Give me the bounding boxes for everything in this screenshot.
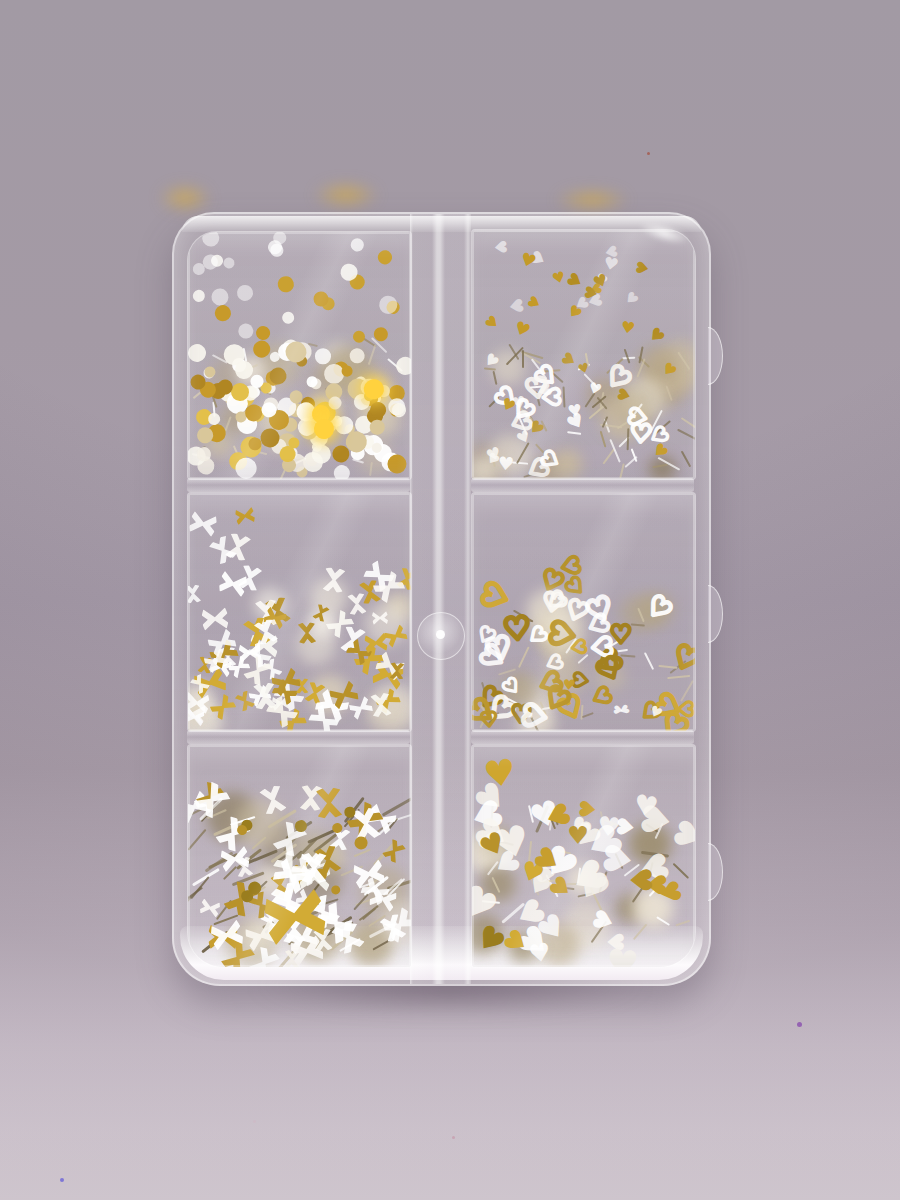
glitter-heart: ♥ <box>483 313 503 333</box>
photo-stage: ♥♥♥♥♥♥♥♥♥♥♥♥♥♥♥♥♥♥♥♥♥♥♥♥♥♥♥♥♥♥♥♥♥♥♥♥♥♥♥♥… <box>0 0 900 1200</box>
glitter-butterfly <box>359 579 382 605</box>
glitter-streak <box>623 349 630 364</box>
glitter-streak <box>353 849 370 858</box>
glitter-hollow-heart: ♥ <box>546 617 581 649</box>
glitter-dot <box>213 303 233 323</box>
row-divider <box>187 730 410 744</box>
glitter-dot <box>235 321 256 342</box>
glitter-dot <box>369 420 384 435</box>
glitter-heart: ♥ <box>596 813 622 842</box>
dust-speck <box>253 1120 256 1123</box>
light-flare <box>300 176 392 214</box>
glitter-heart: ♥ <box>604 944 641 968</box>
glitter-dot <box>350 328 368 346</box>
dust-speck <box>797 1022 802 1027</box>
glitter-dot <box>349 237 366 254</box>
glitter-heart: ♥ <box>621 289 641 309</box>
glitter-heart: ♥ <box>562 677 576 692</box>
hinge-snap-button <box>417 612 465 660</box>
glitter-heart: ♥ <box>620 319 636 337</box>
glitter-heart: ♥ <box>525 293 544 312</box>
glitter-streak <box>518 646 530 668</box>
glitter-hollow-heart: ♥ <box>524 374 551 403</box>
glitter-butterfly <box>187 584 201 603</box>
glitter-streak <box>677 429 696 442</box>
glitter-hollow-heart: ♥ <box>557 553 584 578</box>
compartment-middle-right: ♥♥♥♥♥♥♥♥♥♥♥♥♥♥♥♥♥♥♥♥♥♥♥♥♥♥♥♥♥♥♥♥♥♥♥♥♥♥♥♥… <box>471 492 696 732</box>
glitter-hollow-heart: ♥ <box>477 578 515 614</box>
glitter-heart: ♥ <box>518 250 538 271</box>
glitter-streak <box>681 451 691 468</box>
glitter-heart: ♥ <box>506 297 526 316</box>
glitter-butterfly <box>347 592 367 615</box>
glitter-butterfly <box>198 898 220 918</box>
glitter-butterfly <box>201 607 229 630</box>
glitter-dot <box>241 890 253 902</box>
center-hinge-strip <box>410 214 471 984</box>
glitter-streak <box>633 924 647 940</box>
glitter-heart: ♥ <box>634 260 652 277</box>
glitter-heart: ♥ <box>511 319 532 341</box>
glitter-butterfly <box>300 784 322 811</box>
compartment-top-right: ♥♥♥♥♥♥♥♥♥♥♥♥♥♥♥♥♥♥♥♥♥♥♥♥♥♥♥♥♥♥♥♥♥♥♥♥♥♥♥♥… <box>471 229 696 480</box>
glitter-dot <box>276 274 295 293</box>
glitter-dot <box>191 289 206 304</box>
glitter-streak <box>644 652 654 670</box>
glitter-butterfly <box>316 787 343 819</box>
glitter-dot <box>375 247 394 266</box>
glitter-streak <box>522 350 524 368</box>
row-divider <box>471 478 694 492</box>
dust-speck <box>452 1136 455 1139</box>
glitter-streak <box>188 830 207 852</box>
glitter-butterfly <box>188 511 218 538</box>
compartment-bottom-left <box>187 744 412 968</box>
glitter-streak <box>681 417 696 429</box>
glitter-butterfly <box>224 532 251 562</box>
glitter-dot <box>211 288 229 306</box>
glitter-heart: ♥ <box>566 402 583 420</box>
organizer-box: ♥♥♥♥♥♥♥♥♥♥♥♥♥♥♥♥♥♥♥♥♥♥♥♥♥♥♥♥♥♥♥♥♥♥♥♥♥♥♥♥… <box>172 212 711 986</box>
glitter-streak <box>382 797 412 816</box>
glitter-heart: ♥ <box>577 798 600 819</box>
glitter-hollow-heart: ♥ <box>586 683 614 710</box>
glitter-butterfly <box>234 507 255 525</box>
dust-speck <box>647 152 650 155</box>
latch-tab <box>708 585 723 643</box>
glitter-streak <box>675 920 690 927</box>
glitter-dot <box>235 282 255 302</box>
glitter-heart: ♥ <box>491 239 508 255</box>
row-divider <box>471 730 694 744</box>
glitter-dot <box>221 256 236 271</box>
glitter-dot <box>231 382 249 400</box>
glitter-dot <box>187 343 208 364</box>
latch-tab <box>708 327 723 385</box>
glitter-dot <box>344 806 355 817</box>
glitter-hollow-heart: ♥ <box>629 421 653 447</box>
glitter-heart: ♥ <box>625 867 655 894</box>
latch-tab <box>708 843 723 901</box>
glitter-streak <box>619 463 624 478</box>
dust-speck <box>60 1178 64 1182</box>
compartment-bottom-right: ♥♥♥♥♥♥♥♥♥♥♥♥♥♥♥♥♥♥♥♥♥♥♥♥♥♥♥♥♥♥♥♥♥♥♥♥♥♥♥♥… <box>471 744 696 968</box>
compartment-middle-left <box>187 492 412 732</box>
compartment-top-left <box>187 231 412 480</box>
glitter-dot <box>281 310 296 325</box>
row-divider <box>187 478 410 492</box>
glitter-dot <box>253 323 272 342</box>
glitter-butterfly <box>234 690 256 713</box>
glitter-dot <box>198 231 222 250</box>
glitter-heart: ♥ <box>481 754 518 794</box>
glitter-heart: ♥ <box>613 704 626 716</box>
glitter-heart: ♥ <box>632 791 661 822</box>
glitter-heart: ♥ <box>551 269 567 287</box>
lid-top-highlight <box>182 216 701 232</box>
glitter-streak <box>600 430 607 447</box>
glitter-heart: ♥ <box>567 824 589 849</box>
